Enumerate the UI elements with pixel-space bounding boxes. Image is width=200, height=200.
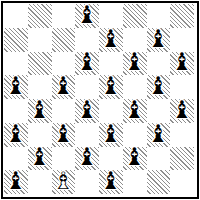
black-bishop[interactable]: ♝♝ <box>75 52 99 76</box>
black-bishop-glyph: ♝ <box>75 145 99 171</box>
square-a5[interactable]: ♝♝ <box>4 75 28 99</box>
square-h6[interactable]: ♝♝ <box>170 52 194 76</box>
black-bishop-glyph: ♝ <box>99 121 123 147</box>
black-bishop[interactable]: ♝♝ <box>99 75 123 99</box>
square-b1[interactable] <box>28 170 52 194</box>
chessboard: ♝♝♝♝♝♝♝♝♝♝♝♝♝♝♝♝♝♝♝♝♝♝♝♝♝♝♝♝♝♝♝♝♝♝♝♝♝♝♝♝… <box>4 4 194 194</box>
square-c5[interactable]: ♝♝ <box>52 75 76 99</box>
white-bishop[interactable]: ♝♗ <box>52 170 76 194</box>
square-c8[interactable] <box>52 4 76 28</box>
black-bishop-glyph: ♝ <box>75 97 99 123</box>
square-f8[interactable] <box>123 4 147 28</box>
black-bishop[interactable]: ♝♝ <box>75 147 99 171</box>
square-a1[interactable]: ♝♝ <box>4 170 28 194</box>
square-b7[interactable] <box>28 28 52 52</box>
square-e7[interactable]: ♝♝ <box>99 28 123 52</box>
square-a7[interactable] <box>4 28 28 52</box>
square-h3[interactable] <box>170 123 194 147</box>
black-bishop-glyph: ♝ <box>28 97 52 123</box>
black-bishop[interactable]: ♝♝ <box>4 75 28 99</box>
black-bishop-glyph: ♝ <box>75 2 99 28</box>
square-e3[interactable]: ♝♝ <box>99 123 123 147</box>
black-bishop[interactable]: ♝♝ <box>123 99 147 123</box>
black-bishop[interactable]: ♝♝ <box>52 75 76 99</box>
black-bishop[interactable]: ♝♝ <box>52 123 76 147</box>
black-bishop-glyph: ♝ <box>123 50 147 76</box>
square-b8[interactable] <box>28 4 52 28</box>
black-bishop-glyph: ♝ <box>4 121 28 147</box>
square-f1[interactable] <box>123 170 147 194</box>
black-bishop[interactable]: ♝♝ <box>99 28 123 52</box>
square-d1[interactable] <box>75 170 99 194</box>
chessboard-frame: ♝♝♝♝♝♝♝♝♝♝♝♝♝♝♝♝♝♝♝♝♝♝♝♝♝♝♝♝♝♝♝♝♝♝♝♝♝♝♝♝… <box>1 1 199 199</box>
black-bishop[interactable]: ♝♝ <box>4 123 28 147</box>
black-bishop-glyph: ♝ <box>147 121 171 147</box>
black-bishop-glyph: ♝ <box>4 73 28 99</box>
black-bishop-glyph: ♝ <box>147 26 171 52</box>
black-bishop-glyph: ♝ <box>28 145 52 171</box>
square-d6[interactable]: ♝♝ <box>75 52 99 76</box>
chess-diagram: ♝♝♝♝♝♝♝♝♝♝♝♝♝♝♝♝♝♝♝♝♝♝♝♝♝♝♝♝♝♝♝♝♝♝♝♝♝♝♝♝… <box>0 0 200 200</box>
square-g3[interactable]: ♝♝ <box>147 123 171 147</box>
black-bishop[interactable]: ♝♝ <box>123 147 147 171</box>
square-c1[interactable]: ♝♗ <box>52 170 76 194</box>
black-bishop[interactable]: ♝♝ <box>4 170 28 194</box>
square-h2[interactable] <box>170 147 194 171</box>
square-h8[interactable] <box>170 4 194 28</box>
square-b2[interactable]: ♝♝ <box>28 147 52 171</box>
black-bishop-glyph: ♝ <box>99 73 123 99</box>
square-f4[interactable]: ♝♝ <box>123 99 147 123</box>
black-bishop-glyph: ♝ <box>75 50 99 76</box>
square-f6[interactable]: ♝♝ <box>123 52 147 76</box>
square-c3[interactable]: ♝♝ <box>52 123 76 147</box>
black-bishop[interactable]: ♝♝ <box>170 99 194 123</box>
black-bishop[interactable]: ♝♝ <box>99 170 123 194</box>
black-bishop-glyph: ♝ <box>170 97 194 123</box>
square-d8[interactable]: ♝♝ <box>75 4 99 28</box>
square-d2[interactable]: ♝♝ <box>75 147 99 171</box>
black-bishop[interactable]: ♝♝ <box>28 147 52 171</box>
square-b6[interactable] <box>28 52 52 76</box>
square-h4[interactable]: ♝♝ <box>170 99 194 123</box>
black-bishop[interactable]: ♝♝ <box>147 28 171 52</box>
white-bishop-glyph: ♗ <box>52 168 76 194</box>
black-bishop-glyph: ♝ <box>99 26 123 52</box>
black-bishop-glyph: ♝ <box>123 97 147 123</box>
black-bishop-glyph: ♝ <box>99 168 123 194</box>
square-a3[interactable]: ♝♝ <box>4 123 28 147</box>
black-bishop-glyph: ♝ <box>52 73 76 99</box>
black-bishop-glyph: ♝ <box>52 121 76 147</box>
square-f2[interactable]: ♝♝ <box>123 147 147 171</box>
black-bishop[interactable]: ♝♝ <box>99 123 123 147</box>
black-bishop[interactable]: ♝♝ <box>170 52 194 76</box>
black-bishop[interactable]: ♝♝ <box>28 99 52 123</box>
black-bishop-glyph: ♝ <box>4 168 28 194</box>
black-bishop[interactable]: ♝♝ <box>75 99 99 123</box>
square-g2[interactable] <box>147 147 171 171</box>
square-h1[interactable] <box>170 170 194 194</box>
black-bishop-glyph: ♝ <box>147 73 171 99</box>
black-bishop[interactable]: ♝♝ <box>147 75 171 99</box>
square-c7[interactable] <box>52 28 76 52</box>
black-bishop[interactable]: ♝♝ <box>75 4 99 28</box>
square-b4[interactable]: ♝♝ <box>28 99 52 123</box>
black-bishop-glyph: ♝ <box>123 145 147 171</box>
black-bishop[interactable]: ♝♝ <box>147 123 171 147</box>
square-g1[interactable] <box>147 170 171 194</box>
black-bishop-glyph: ♝ <box>170 50 194 76</box>
square-d4[interactable]: ♝♝ <box>75 99 99 123</box>
square-g7[interactable]: ♝♝ <box>147 28 171 52</box>
square-g5[interactable]: ♝♝ <box>147 75 171 99</box>
square-e5[interactable]: ♝♝ <box>99 75 123 99</box>
square-a8[interactable] <box>4 4 28 28</box>
square-e1[interactable]: ♝♝ <box>99 170 123 194</box>
black-bishop[interactable]: ♝♝ <box>123 52 147 76</box>
